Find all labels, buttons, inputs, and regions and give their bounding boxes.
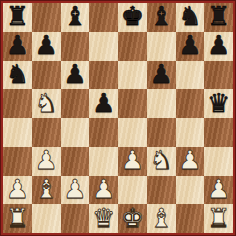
square-f1[interactable]: ♝ bbox=[147, 204, 176, 233]
square-c6[interactable]: ♟ bbox=[61, 61, 90, 90]
square-h7[interactable]: ♟ bbox=[204, 32, 233, 61]
square-c4[interactable] bbox=[61, 118, 90, 147]
piece-black-bishop[interactable]: ♝ bbox=[63, 3, 86, 29]
square-f7[interactable] bbox=[147, 32, 176, 61]
square-c7[interactable] bbox=[61, 32, 90, 61]
piece-white-pawn[interactable]: ♟ bbox=[63, 176, 86, 202]
square-e1[interactable]: ♚ bbox=[118, 204, 147, 233]
square-c1[interactable] bbox=[61, 204, 90, 233]
square-e4[interactable] bbox=[118, 118, 147, 147]
piece-white-pawn[interactable]: ♟ bbox=[6, 176, 29, 202]
piece-black-rook[interactable]: ♜ bbox=[207, 3, 230, 29]
square-f3[interactable]: ♞ bbox=[147, 147, 176, 176]
piece-black-pawn[interactable]: ♟ bbox=[149, 61, 172, 87]
square-c3[interactable] bbox=[61, 147, 90, 176]
square-d6[interactable] bbox=[89, 61, 118, 90]
piece-white-pawn[interactable]: ♟ bbox=[207, 176, 230, 202]
square-f5[interactable] bbox=[147, 89, 176, 118]
piece-black-pawn[interactable]: ♟ bbox=[6, 32, 29, 58]
square-b4[interactable] bbox=[32, 118, 61, 147]
piece-white-bishop[interactable]: ♝ bbox=[34, 176, 57, 202]
square-h3[interactable] bbox=[204, 147, 233, 176]
square-b6[interactable] bbox=[32, 61, 61, 90]
square-d8[interactable] bbox=[89, 3, 118, 32]
piece-white-knight[interactable]: ♞ bbox=[149, 147, 172, 173]
piece-black-bishop[interactable]: ♝ bbox=[149, 3, 172, 29]
square-g5[interactable] bbox=[176, 89, 205, 118]
square-f2[interactable] bbox=[147, 176, 176, 205]
square-b3[interactable]: ♟ bbox=[32, 147, 61, 176]
square-d3[interactable] bbox=[89, 147, 118, 176]
piece-black-pawn[interactable]: ♟ bbox=[92, 90, 115, 116]
square-a3[interactable] bbox=[3, 147, 32, 176]
square-e2[interactable] bbox=[118, 176, 147, 205]
square-b1[interactable] bbox=[32, 204, 61, 233]
piece-white-pawn[interactable]: ♟ bbox=[92, 176, 115, 202]
square-c2[interactable]: ♟ bbox=[61, 176, 90, 205]
square-h2[interactable]: ♟ bbox=[204, 176, 233, 205]
square-a7[interactable]: ♟ bbox=[3, 32, 32, 61]
square-d7[interactable] bbox=[89, 32, 118, 61]
piece-white-king[interactable]: ♚ bbox=[121, 205, 144, 231]
square-a8[interactable]: ♜ bbox=[3, 3, 32, 32]
piece-white-pawn[interactable]: ♟ bbox=[34, 147, 57, 173]
square-e6[interactable] bbox=[118, 61, 147, 90]
piece-white-rook[interactable]: ♜ bbox=[207, 205, 230, 231]
square-d1[interactable]: ♛ bbox=[89, 204, 118, 233]
piece-white-knight[interactable]: ♞ bbox=[34, 90, 57, 116]
piece-black-knight[interactable]: ♞ bbox=[178, 3, 201, 29]
board-frame: ♜♝♚♝♞♜♟♟♟♟♞♟♟♞♟♛♟♟♞♟♟♝♟♟♟♜♛♚♝♜ bbox=[0, 0, 236, 236]
square-a2[interactable]: ♟ bbox=[3, 176, 32, 205]
piece-black-king[interactable]: ♚ bbox=[121, 3, 144, 29]
square-d4[interactable] bbox=[89, 118, 118, 147]
piece-white-pawn[interactable]: ♟ bbox=[178, 147, 201, 173]
piece-black-pawn[interactable]: ♟ bbox=[34, 32, 57, 58]
square-g8[interactable]: ♞ bbox=[176, 3, 205, 32]
square-h8[interactable]: ♜ bbox=[204, 3, 233, 32]
square-a6[interactable]: ♞ bbox=[3, 61, 32, 90]
square-f6[interactable]: ♟ bbox=[147, 61, 176, 90]
square-g4[interactable] bbox=[176, 118, 205, 147]
square-e5[interactable] bbox=[118, 89, 147, 118]
square-g6[interactable] bbox=[176, 61, 205, 90]
square-h5[interactable]: ♛ bbox=[204, 89, 233, 118]
square-f8[interactable]: ♝ bbox=[147, 3, 176, 32]
square-c8[interactable]: ♝ bbox=[61, 3, 90, 32]
square-c5[interactable] bbox=[61, 89, 90, 118]
square-b8[interactable] bbox=[32, 3, 61, 32]
piece-black-knight[interactable]: ♞ bbox=[6, 61, 29, 87]
square-e8[interactable]: ♚ bbox=[118, 3, 147, 32]
square-d2[interactable]: ♟ bbox=[89, 176, 118, 205]
piece-black-pawn[interactable]: ♟ bbox=[63, 61, 86, 87]
square-b5[interactable]: ♞ bbox=[32, 89, 61, 118]
square-g3[interactable]: ♟ bbox=[176, 147, 205, 176]
piece-black-pawn[interactable]: ♟ bbox=[207, 32, 230, 58]
square-e7[interactable] bbox=[118, 32, 147, 61]
piece-black-queen[interactable]: ♛ bbox=[207, 90, 230, 116]
square-d5[interactable]: ♟ bbox=[89, 89, 118, 118]
piece-black-pawn[interactable]: ♟ bbox=[178, 32, 201, 58]
piece-white-pawn[interactable]: ♟ bbox=[121, 147, 144, 173]
square-h4[interactable] bbox=[204, 118, 233, 147]
square-h6[interactable] bbox=[204, 61, 233, 90]
square-f4[interactable] bbox=[147, 118, 176, 147]
piece-white-queen[interactable]: ♛ bbox=[92, 205, 115, 231]
piece-black-rook[interactable]: ♜ bbox=[6, 3, 29, 29]
piece-white-bishop[interactable]: ♝ bbox=[149, 205, 172, 231]
square-e3[interactable]: ♟ bbox=[118, 147, 147, 176]
piece-white-rook[interactable]: ♜ bbox=[6, 205, 29, 231]
square-b2[interactable]: ♝ bbox=[32, 176, 61, 205]
square-h1[interactable]: ♜ bbox=[204, 204, 233, 233]
square-a5[interactable] bbox=[3, 89, 32, 118]
square-a1[interactable]: ♜ bbox=[3, 204, 32, 233]
square-g7[interactable]: ♟ bbox=[176, 32, 205, 61]
square-g1[interactable] bbox=[176, 204, 205, 233]
square-a4[interactable] bbox=[3, 118, 32, 147]
square-g2[interactable] bbox=[176, 176, 205, 205]
chess-board: ♜♝♚♝♞♜♟♟♟♟♞♟♟♞♟♛♟♟♞♟♟♝♟♟♟♜♛♚♝♜ bbox=[3, 3, 233, 233]
square-b7[interactable]: ♟ bbox=[32, 32, 61, 61]
